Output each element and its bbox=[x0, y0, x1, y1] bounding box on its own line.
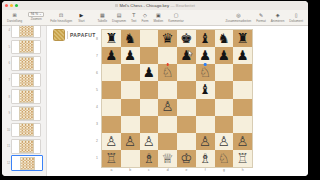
view-button-label: Darstellung bbox=[7, 20, 22, 23]
chess-board[interactable]: ♜8♞♛♚♝♞♜♟7♟♟♟♟♟6♟♘♘5♝4♙3♙2♙♙♙♙♙♖1ab♗c♕d♔… bbox=[102, 30, 252, 167]
logo-text: PAPAFUT bbox=[70, 32, 96, 38]
file-label: b bbox=[129, 168, 131, 172]
square-c5[interactable] bbox=[140, 81, 159, 98]
format-button[interactable]: ✎Format bbox=[256, 12, 266, 22]
close-window-button[interactable] bbox=[5, 4, 8, 7]
file-label: h bbox=[242, 168, 244, 172]
square-d1[interactable]: ♕d bbox=[158, 150, 177, 167]
file-label: e bbox=[185, 168, 187, 172]
square-f8[interactable]: ♝ bbox=[196, 30, 215, 47]
view-button[interactable]: ⊞Darstellung bbox=[7, 12, 22, 22]
document-button-label: Dokument bbox=[289, 20, 303, 23]
rank-label: 2 bbox=[96, 139, 98, 143]
square-d4[interactable]: ♙ bbox=[158, 99, 177, 116]
toolbar-group-left: ⊞Darstellung94 % ⌄Zoomen⊡Folie hinzufüge… bbox=[7, 12, 85, 22]
square-h6[interactable] bbox=[233, 64, 252, 81]
mini-chessboard bbox=[19, 90, 34, 103]
rank-label: 4 bbox=[96, 105, 98, 109]
square-g1[interactable]: ♘g bbox=[215, 150, 234, 167]
square-a3[interactable]: 3 bbox=[102, 116, 121, 133]
square-g2[interactable]: ♙ bbox=[215, 133, 234, 150]
comment-icon: ▢ bbox=[174, 12, 179, 19]
file-label: c bbox=[148, 168, 150, 172]
mini-chessboard bbox=[19, 40, 34, 53]
minimize-window-button[interactable] bbox=[10, 4, 13, 7]
table-icon: ▦ bbox=[100, 12, 105, 19]
text-button-label: Text bbox=[131, 20, 137, 23]
square-f3[interactable] bbox=[196, 116, 215, 133]
animate-icon: ◈ bbox=[276, 12, 280, 19]
table-button-label: Tabelle bbox=[98, 20, 108, 23]
square-d7[interactable] bbox=[158, 47, 177, 64]
text-icon: T bbox=[132, 12, 135, 19]
square-g3[interactable] bbox=[215, 116, 234, 133]
black-n-piece[interactable]: ♞ bbox=[124, 31, 136, 45]
square-b6[interactable] bbox=[121, 64, 140, 81]
slide-thumbnail[interactable]: 9 bbox=[2, 105, 46, 122]
white-b-piece[interactable]: ♗ bbox=[143, 151, 155, 165]
comment-button-label: Kommentar bbox=[168, 20, 184, 23]
square-c3[interactable] bbox=[140, 116, 159, 133]
white-p-piece[interactable]: ♙ bbox=[237, 134, 249, 148]
white-r-piece[interactable]: ♖ bbox=[105, 151, 117, 165]
square-e5[interactable] bbox=[177, 81, 196, 98]
square-e7[interactable]: ♟ bbox=[177, 47, 196, 64]
slide-number: 9 bbox=[2, 111, 11, 115]
slide-thumbnail-card[interactable] bbox=[11, 73, 41, 88]
square-g5[interactable] bbox=[215, 81, 234, 98]
square-b7[interactable]: ♟ bbox=[121, 47, 140, 64]
slide-number: 11 bbox=[2, 144, 11, 148]
collaborate-button[interactable]: ◎Zusammenarbeiten bbox=[225, 12, 251, 22]
square-b3[interactable] bbox=[121, 116, 140, 133]
white-n-piece[interactable]: ♘ bbox=[218, 151, 230, 165]
keynote-window: Mel's Chess - Chicago.key — Bearbeitet ⊞… bbox=[2, 1, 308, 176]
square-g4[interactable] bbox=[215, 99, 234, 116]
rank-label: 3 bbox=[96, 122, 98, 126]
document-icon: ▯ bbox=[295, 12, 298, 19]
square-c8[interactable] bbox=[140, 30, 159, 47]
file-label: g bbox=[223, 168, 225, 172]
mini-chessboard bbox=[20, 157, 35, 170]
square-g6[interactable] bbox=[215, 64, 234, 81]
toolbar-group-right: ◎Zusammenarbeiten✎Format◈Animieren▯Dokum… bbox=[225, 12, 303, 22]
slide-thumbnail-card[interactable] bbox=[11, 106, 41, 121]
slide-thumbnail[interactable]: 12 bbox=[2, 155, 46, 172]
white-r-piece[interactable]: ♖ bbox=[237, 151, 249, 165]
square-e1[interactable]: ♔e bbox=[177, 150, 196, 167]
square-b2[interactable]: ♙ bbox=[121, 133, 140, 150]
black-b-piece[interactable]: ♝ bbox=[199, 31, 211, 45]
slide-thumbnail-card[interactable] bbox=[11, 155, 43, 171]
black-q-piece[interactable]: ♛ bbox=[162, 31, 174, 45]
white-p-piece[interactable]: ♙ bbox=[143, 134, 155, 148]
zoom-control[interactable]: 94 % ⌄Zoomen bbox=[28, 12, 44, 20]
slide-thumbnail[interactable]: 5 bbox=[2, 39, 46, 56]
play-button-label: Start bbox=[78, 20, 84, 23]
media-button[interactable]: ▣Medien bbox=[153, 12, 163, 22]
square-h4[interactable] bbox=[233, 99, 252, 116]
square-d8[interactable]: ♛ bbox=[158, 30, 177, 47]
collaborate-icon: ◎ bbox=[236, 12, 240, 19]
mini-chessboard bbox=[19, 123, 34, 136]
shape-button[interactable]: ◇Form bbox=[141, 12, 148, 22]
square-c6[interactable]: ♟ bbox=[140, 64, 159, 81]
black-p-piece[interactable]: ♟ bbox=[124, 48, 136, 62]
square-e8[interactable]: ♚ bbox=[177, 30, 196, 47]
document-button[interactable]: ▯Dokument bbox=[289, 12, 303, 22]
white-n-piece[interactable]: ♘ bbox=[199, 66, 211, 80]
chart-button-label: Diagramm bbox=[112, 20, 126, 23]
media-icon: ▣ bbox=[156, 12, 161, 19]
file-label: f bbox=[205, 168, 206, 172]
logo-divider bbox=[67, 31, 68, 39]
slide-number: 5 bbox=[2, 45, 11, 49]
animate-button[interactable]: ◈Animieren bbox=[271, 12, 285, 22]
slide-number: 10 bbox=[2, 128, 11, 132]
text-button[interactable]: TText bbox=[131, 12, 137, 22]
square-e4[interactable] bbox=[177, 99, 196, 116]
rank-label: 6 bbox=[96, 71, 98, 75]
square-a7[interactable]: ♟7 bbox=[102, 47, 121, 64]
view-icon: ⊞ bbox=[12, 12, 16, 19]
slide-thumbnail[interactable]: 8 bbox=[2, 88, 46, 105]
square-h3[interactable] bbox=[233, 116, 252, 133]
square-h5[interactable] bbox=[233, 81, 252, 98]
table-button[interactable]: ▦Tabelle bbox=[98, 12, 108, 22]
square-c4[interactable] bbox=[140, 99, 159, 116]
papafut-logo-icon bbox=[53, 29, 65, 41]
slide-thumbnail-card[interactable] bbox=[11, 123, 41, 138]
square-d6[interactable]: ♘ bbox=[158, 64, 177, 81]
slide-number: 4 bbox=[2, 28, 11, 32]
slide-thumbnail-card[interactable] bbox=[11, 139, 41, 154]
title-bar: Mel's Chess - Chicago.key — Bearbeitet bbox=[2, 1, 308, 10]
candidate-marker-d6 bbox=[166, 63, 169, 66]
window-title: Mel's Chess - Chicago.key bbox=[120, 3, 169, 8]
square-g8[interactable]: ♞ bbox=[215, 30, 234, 47]
square-c1[interactable]: ♗c bbox=[140, 150, 159, 167]
square-g7[interactable]: ♟ bbox=[215, 47, 234, 64]
slide-canvas[interactable]: PAPAFUT ♜8♞♛♚♝♞♜♟7♟♟♟♟♟6♟♘♘5♝4♙3♙2♙♙♙♙♙♖… bbox=[47, 26, 308, 176]
comment-button[interactable]: ▢Kommentar bbox=[168, 12, 184, 22]
black-b-piece[interactable]: ♝ bbox=[199, 83, 211, 97]
format-icon: ✎ bbox=[259, 12, 263, 19]
square-h8[interactable]: ♜ bbox=[233, 30, 252, 47]
shape-button-label: Form bbox=[141, 20, 148, 23]
square-a2[interactable]: ♙2 bbox=[102, 133, 121, 150]
animate-button-label: Animieren bbox=[271, 20, 285, 23]
mini-chessboard bbox=[19, 57, 34, 70]
zoom-window-button[interactable] bbox=[15, 4, 18, 7]
slide-thumbnail-card[interactable] bbox=[11, 40, 41, 55]
slide-thumbnail[interactable]: 10 bbox=[2, 122, 46, 139]
file-label: a bbox=[110, 168, 112, 172]
zoom-control-label: Zoomen bbox=[31, 18, 42, 21]
square-a6[interactable]: 6 bbox=[102, 64, 121, 81]
square-a5[interactable]: 5 bbox=[102, 81, 121, 98]
square-b1[interactable]: b bbox=[121, 150, 140, 167]
square-b4[interactable] bbox=[121, 99, 140, 116]
mini-chessboard bbox=[19, 107, 34, 120]
square-f1[interactable]: ♗f bbox=[196, 150, 215, 167]
chart-button[interactable]: ▤Diagramm bbox=[112, 12, 126, 22]
add-slide-icon: ⊡ bbox=[59, 12, 63, 19]
square-b5[interactable] bbox=[121, 81, 140, 98]
black-r-piece[interactable]: ♜ bbox=[105, 31, 117, 45]
slide-thumbnail[interactable]: 7 bbox=[2, 72, 46, 89]
square-b8[interactable]: ♞ bbox=[121, 30, 140, 47]
slide-thumbnail[interactable]: 6 bbox=[2, 55, 46, 72]
white-p-piece[interactable]: ♙ bbox=[124, 134, 136, 148]
mini-chessboard bbox=[19, 74, 34, 87]
black-p-piece[interactable]: ♟ bbox=[237, 48, 249, 62]
black-k-piece[interactable]: ♚ bbox=[180, 31, 192, 45]
white-p-piece[interactable]: ♙ bbox=[162, 100, 174, 114]
slide-logo: PAPAFUT bbox=[53, 29, 96, 41]
chart-icon: ▤ bbox=[117, 12, 122, 19]
document-icon bbox=[115, 4, 118, 8]
white-q-piece[interactable]: ♕ bbox=[162, 151, 174, 165]
square-e6[interactable] bbox=[177, 64, 196, 81]
mouse-cursor bbox=[188, 50, 193, 57]
rank-label: 1 bbox=[96, 156, 98, 160]
black-p-piece[interactable]: ♟ bbox=[143, 66, 155, 80]
slide-thumbnail-card[interactable] bbox=[11, 89, 41, 104]
traffic-lights bbox=[2, 4, 18, 7]
add-slide-button-label: Folie hinzufügen bbox=[50, 20, 72, 23]
square-h2[interactable]: ♙ bbox=[233, 133, 252, 150]
slide-number: 7 bbox=[2, 78, 11, 82]
square-e3[interactable] bbox=[177, 116, 196, 133]
square-d5[interactable] bbox=[158, 81, 177, 98]
square-f6[interactable]: ♘ bbox=[196, 64, 215, 81]
slide-thumbnail-card[interactable] bbox=[11, 26, 41, 38]
square-e2[interactable] bbox=[177, 133, 196, 150]
square-h7[interactable]: ♟ bbox=[233, 47, 252, 64]
square-d3[interactable] bbox=[158, 116, 177, 133]
black-r-piece[interactable]: ♜ bbox=[237, 31, 249, 45]
white-n-piece[interactable]: ♘ bbox=[162, 66, 174, 80]
square-c2[interactable]: ♙ bbox=[140, 133, 159, 150]
square-f4[interactable] bbox=[196, 99, 215, 116]
black-n-piece[interactable]: ♞ bbox=[218, 31, 230, 45]
play-icon: ▶ bbox=[79, 12, 83, 19]
mini-chessboard bbox=[19, 26, 34, 37]
slide-thumbnail[interactable]: 4 bbox=[2, 26, 46, 39]
media-button-label: Medien bbox=[153, 20, 163, 23]
slide-thumbnail[interactable]: 11 bbox=[2, 138, 46, 155]
white-p-piece[interactable]: ♙ bbox=[199, 134, 211, 148]
square-a8[interactable]: ♜8 bbox=[102, 30, 121, 47]
white-b-piece[interactable]: ♗ bbox=[199, 151, 211, 165]
square-c7[interactable] bbox=[140, 47, 159, 64]
white-k-piece[interactable]: ♔ bbox=[180, 151, 192, 165]
square-f2[interactable]: ♙ bbox=[196, 133, 215, 150]
window-title-edited-badge: — Bearbeitet bbox=[171, 3, 195, 8]
square-d2[interactable] bbox=[158, 133, 177, 150]
shape-icon: ◇ bbox=[143, 12, 147, 19]
square-a1[interactable]: ♖1a bbox=[102, 150, 121, 167]
toolbar-group-insert: ▦Tabelle▤DiagrammTText◇Form▣Medien▢Komme… bbox=[98, 12, 184, 22]
slide-number: 12 bbox=[2, 161, 11, 165]
collaborate-button-label: Zusammenarbeiten bbox=[225, 20, 251, 23]
square-a4[interactable]: 4 bbox=[102, 99, 121, 116]
slide-thumbnail-card[interactable] bbox=[11, 56, 41, 71]
rank-label: 5 bbox=[96, 88, 98, 92]
add-slide-button[interactable]: ⊡Folie hinzufügen bbox=[50, 12, 72, 22]
file-label: d bbox=[167, 168, 169, 172]
slide-number: 6 bbox=[2, 61, 11, 65]
white-p-piece[interactable]: ♙ bbox=[105, 134, 117, 148]
white-p-piece[interactable]: ♙ bbox=[218, 134, 230, 148]
play-button[interactable]: ▶Start bbox=[78, 12, 84, 22]
slide-number: 8 bbox=[2, 95, 11, 99]
square-f5[interactable]: ♝ bbox=[196, 81, 215, 98]
black-p-piece[interactable]: ♟ bbox=[218, 48, 230, 62]
square-h1[interactable]: ♖h bbox=[233, 150, 252, 167]
candidate-marker-f6 bbox=[204, 63, 207, 66]
format-button-label: Format bbox=[256, 20, 266, 23]
rank-label: 7 bbox=[96, 54, 98, 58]
black-p-piece[interactable]: ♟ bbox=[105, 48, 117, 62]
toolbar: ⊞Darstellung94 % ⌄Zoomen⊡Folie hinzufüge… bbox=[2, 10, 308, 26]
slide-navigator[interactable]: 456789101112 bbox=[2, 26, 47, 176]
mini-chessboard bbox=[19, 140, 34, 153]
rank-label: 8 bbox=[96, 37, 98, 41]
black-p-piece[interactable]: ♟ bbox=[199, 48, 211, 62]
square-f7[interactable]: ♟ bbox=[196, 47, 215, 64]
